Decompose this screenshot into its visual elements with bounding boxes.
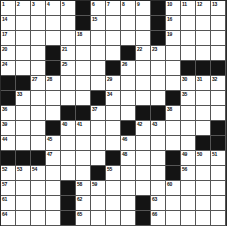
black-cell <box>76 106 91 121</box>
cell[interactable] <box>91 31 106 46</box>
cell[interactable]: 21 <box>61 46 76 61</box>
black-cell <box>166 151 181 166</box>
clue-number: 12 <box>197 1 202 7</box>
cell[interactable] <box>61 31 76 46</box>
cell[interactable] <box>16 31 31 46</box>
cell[interactable] <box>151 76 166 91</box>
black-cell <box>46 46 61 61</box>
clue-number: 45 <box>47 136 52 142</box>
cell[interactable] <box>181 31 196 46</box>
black-cell <box>211 136 226 151</box>
cell[interactable] <box>91 136 106 151</box>
cell[interactable]: 29 <box>106 76 121 91</box>
black-cell <box>196 136 211 151</box>
black-cell <box>151 16 166 31</box>
black-cell <box>91 91 106 106</box>
cell[interactable] <box>31 136 46 151</box>
cell[interactable]: 13 <box>211 1 226 16</box>
black-cell <box>106 61 121 76</box>
black-cell <box>136 106 151 121</box>
cell[interactable]: 62 <box>76 196 91 211</box>
cell[interactable]: 53 <box>16 166 31 181</box>
clue-number: 47 <box>47 151 52 157</box>
cell[interactable] <box>46 106 61 121</box>
cell[interactable]: 50 <box>196 151 211 166</box>
clue-number: 28 <box>47 76 52 82</box>
cell[interactable] <box>136 16 151 31</box>
clue-number: 24 <box>2 61 7 67</box>
cell[interactable] <box>31 46 46 61</box>
black-cell <box>136 211 151 226</box>
clue-number: 31 <box>197 76 202 82</box>
cell[interactable]: 5 <box>61 1 76 16</box>
cell[interactable] <box>16 106 31 121</box>
clue-number: 60 <box>167 181 172 187</box>
cell[interactable] <box>46 31 61 46</box>
black-cell <box>151 31 166 46</box>
black-cell <box>1 91 16 106</box>
cell[interactable]: 56 <box>181 166 196 181</box>
clue-number: 18 <box>77 31 82 37</box>
cell[interactable]: 57 <box>1 181 16 196</box>
clue-number: 16 <box>167 16 172 22</box>
clue-number: 65 <box>77 211 82 217</box>
cell[interactable] <box>121 211 136 226</box>
cell[interactable] <box>181 196 196 211</box>
cell[interactable] <box>211 46 226 61</box>
clue-number: 36 <box>2 106 7 112</box>
cell[interactable] <box>211 181 226 196</box>
cell[interactable]: 34 <box>106 91 121 106</box>
cell[interactable] <box>61 91 76 106</box>
clue-number: 27 <box>32 76 37 82</box>
cell[interactable]: 9 <box>136 1 151 16</box>
cell[interactable] <box>196 166 211 181</box>
cell[interactable]: 2 <box>16 1 31 16</box>
cell[interactable] <box>121 31 136 46</box>
clue-number: 4 <box>47 1 50 7</box>
black-cell <box>1 151 16 166</box>
cell[interactable] <box>106 16 121 31</box>
cell[interactable]: 17 <box>1 31 16 46</box>
cell[interactable]: 8 <box>121 1 136 16</box>
clue-number: 66 <box>152 211 157 217</box>
cell[interactable]: 48 <box>121 151 136 166</box>
black-cell <box>121 121 136 136</box>
clue-number: 63 <box>152 196 157 202</box>
cell[interactable] <box>106 211 121 226</box>
black-cell <box>166 91 181 106</box>
cell[interactable] <box>106 106 121 121</box>
clue-number: 37 <box>92 106 97 112</box>
cell[interactable] <box>121 91 136 106</box>
cell[interactable] <box>166 76 181 91</box>
cell[interactable] <box>106 46 121 61</box>
cell[interactable] <box>196 106 211 121</box>
clue-number: 35 <box>182 91 187 97</box>
cell[interactable] <box>61 16 76 31</box>
clue-number: 8 <box>122 1 125 7</box>
cell[interactable]: 40 <box>61 121 76 136</box>
cell[interactable]: 31 <box>196 76 211 91</box>
cell[interactable] <box>211 196 226 211</box>
black-cell <box>166 166 181 181</box>
cell[interactable] <box>16 46 31 61</box>
cell[interactable] <box>91 196 106 211</box>
cell[interactable] <box>91 211 106 226</box>
black-cell <box>61 211 76 226</box>
black-cell <box>121 46 136 61</box>
clue-number: 11 <box>182 1 187 7</box>
cell[interactable]: 18 <box>76 31 91 46</box>
clue-number: 22 <box>137 46 142 52</box>
cell[interactable] <box>151 136 166 151</box>
clue-number: 57 <box>2 181 7 187</box>
cell[interactable] <box>166 196 181 211</box>
cell[interactable]: 39 <box>1 121 16 136</box>
clue-number: 54 <box>32 166 37 172</box>
cell[interactable]: 22 <box>136 46 151 61</box>
clue-number: 20 <box>2 46 7 52</box>
black-cell <box>61 106 76 121</box>
cell[interactable] <box>121 181 136 196</box>
cell[interactable] <box>151 181 166 196</box>
clue-number: 2 <box>17 1 20 7</box>
clue-number: 56 <box>182 166 187 172</box>
cell[interactable]: 26 <box>121 61 136 76</box>
cell[interactable]: 10 <box>166 1 181 16</box>
black-cell <box>61 196 76 211</box>
cell[interactable]: 19 <box>166 31 181 46</box>
cell[interactable]: 35 <box>181 91 196 106</box>
cell[interactable] <box>31 106 46 121</box>
cell[interactable] <box>151 61 166 76</box>
cell[interactable] <box>31 181 46 196</box>
clue-number: 40 <box>62 121 67 127</box>
clue-number: 9 <box>137 1 140 7</box>
clue-number: 38 <box>167 106 172 112</box>
cell[interactable]: 38 <box>166 106 181 121</box>
black-cell <box>106 151 121 166</box>
cell[interactable] <box>166 211 181 226</box>
cell[interactable] <box>211 31 226 46</box>
cell[interactable] <box>61 76 76 91</box>
cell[interactable]: 3 <box>31 1 46 16</box>
clue-number: 43 <box>152 121 157 127</box>
black-cell <box>181 61 196 76</box>
cell[interactable] <box>91 151 106 166</box>
cell[interactable]: 42 <box>136 121 151 136</box>
clue-number: 42 <box>137 121 142 127</box>
clue-number: 50 <box>197 151 202 157</box>
cell[interactable] <box>31 196 46 211</box>
cell[interactable]: 37 <box>91 106 106 121</box>
clue-number: 46 <box>122 136 127 142</box>
cell[interactable]: 27 <box>31 76 46 91</box>
cell[interactable]: 14 <box>1 16 16 31</box>
cell[interactable] <box>46 166 61 181</box>
cell[interactable] <box>196 211 211 226</box>
cell[interactable] <box>136 136 151 151</box>
cell[interactable]: 58 <box>76 181 91 196</box>
clue-number: 41 <box>77 121 82 127</box>
clue-number: 58 <box>77 181 82 187</box>
cell[interactable]: 64 <box>1 211 16 226</box>
cell[interactable]: 41 <box>76 121 91 136</box>
cell[interactable]: 30 <box>181 76 196 91</box>
cell[interactable] <box>136 181 151 196</box>
black-cell <box>16 151 31 166</box>
cell[interactable] <box>61 151 76 166</box>
cell[interactable] <box>166 46 181 61</box>
black-cell <box>91 166 106 181</box>
cell[interactable] <box>211 91 226 106</box>
clue-number: 7 <box>107 1 110 7</box>
black-cell <box>16 76 31 91</box>
cell[interactable] <box>166 136 181 151</box>
cell[interactable] <box>151 91 166 106</box>
cell[interactable]: 49 <box>181 151 196 166</box>
cell[interactable] <box>181 16 196 31</box>
cell[interactable] <box>181 211 196 226</box>
clue-number: 32 <box>212 76 217 82</box>
clue-number: 25 <box>62 61 67 67</box>
cell[interactable] <box>91 46 106 61</box>
cell[interactable] <box>151 166 166 181</box>
cell[interactable] <box>106 181 121 196</box>
cell[interactable]: 55 <box>106 166 121 181</box>
cell[interactable] <box>136 31 151 46</box>
cell[interactable] <box>46 181 61 196</box>
clue-number: 51 <box>212 151 217 157</box>
clue-number: 14 <box>2 16 7 22</box>
black-cell <box>61 181 76 196</box>
cell[interactable] <box>76 76 91 91</box>
black-cell <box>151 106 166 121</box>
cell[interactable] <box>196 46 211 61</box>
cell[interactable] <box>46 196 61 211</box>
cell[interactable] <box>181 136 196 151</box>
cell[interactable] <box>121 106 136 121</box>
cell[interactable]: 36 <box>1 106 16 121</box>
cell[interactable]: 33 <box>16 91 31 106</box>
cell[interactable] <box>196 31 211 46</box>
cell[interactable] <box>181 121 196 136</box>
black-cell <box>211 61 226 76</box>
cell[interactable] <box>76 136 91 151</box>
clue-number: 15 <box>92 16 97 22</box>
clue-number: 48 <box>122 151 127 157</box>
cell[interactable] <box>31 211 46 226</box>
cell[interactable]: 32 <box>211 76 226 91</box>
clue-number: 10 <box>167 1 172 7</box>
clue-number: 13 <box>212 1 217 7</box>
cell[interactable]: 12 <box>196 1 211 16</box>
cell[interactable] <box>181 106 196 121</box>
cell[interactable]: 46 <box>121 136 136 151</box>
clue-number: 64 <box>2 211 7 217</box>
black-cell <box>1 76 16 91</box>
black-cell <box>46 121 61 136</box>
cell[interactable]: 11 <box>181 1 196 16</box>
cell[interactable]: 61 <box>1 196 16 211</box>
cell[interactable] <box>166 121 181 136</box>
cell[interactable] <box>76 91 91 106</box>
cell[interactable]: 25 <box>61 61 76 76</box>
cell[interactable] <box>31 31 46 46</box>
cell[interactable] <box>16 181 31 196</box>
black-cell <box>46 61 61 76</box>
cell[interactable]: 15 <box>91 16 106 31</box>
cell[interactable] <box>91 121 106 136</box>
clue-number: 6 <box>92 1 95 7</box>
cell[interactable] <box>16 121 31 136</box>
cell[interactable] <box>16 136 31 151</box>
clue-number: 52 <box>2 166 7 172</box>
clue-number: 30 <box>182 76 187 82</box>
cell[interactable] <box>61 166 76 181</box>
cell[interactable] <box>16 16 31 31</box>
cell[interactable] <box>211 211 226 226</box>
cell[interactable]: 28 <box>46 76 61 91</box>
clue-number: 55 <box>107 166 112 172</box>
cell[interactable]: 59 <box>91 181 106 196</box>
clue-number: 19 <box>167 31 172 37</box>
cell[interactable] <box>136 151 151 166</box>
cell[interactable] <box>121 76 136 91</box>
cell[interactable] <box>196 196 211 211</box>
cell[interactable] <box>211 166 226 181</box>
cell[interactable] <box>91 76 106 91</box>
cell[interactable] <box>106 136 121 151</box>
cell[interactable] <box>16 61 31 76</box>
clue-number: 23 <box>152 46 157 52</box>
black-cell <box>151 1 166 16</box>
clue-number: 29 <box>107 76 112 82</box>
cell[interactable]: 44 <box>1 136 16 151</box>
cell[interactable]: 16 <box>166 16 181 31</box>
cell[interactable] <box>61 136 76 151</box>
cell[interactable]: 51 <box>211 151 226 166</box>
cell[interactable] <box>121 166 136 181</box>
cell[interactable] <box>136 91 151 106</box>
cell[interactable] <box>76 166 91 181</box>
cell[interactable] <box>196 16 211 31</box>
black-cell <box>76 1 91 16</box>
cell[interactable] <box>76 61 91 76</box>
cell[interactable]: 1 <box>1 1 16 16</box>
cell[interactable]: 47 <box>46 151 61 166</box>
cell[interactable]: 20 <box>1 46 16 61</box>
black-cell <box>196 61 211 76</box>
cell[interactable] <box>181 46 196 61</box>
cell[interactable] <box>121 16 136 31</box>
cell[interactable] <box>31 16 46 31</box>
clue-number: 34 <box>107 91 112 97</box>
clue-number: 17 <box>2 31 7 37</box>
cell[interactable] <box>46 16 61 31</box>
cell[interactable] <box>211 16 226 31</box>
clue-number: 21 <box>62 46 67 52</box>
cell[interactable]: 45 <box>46 136 61 151</box>
clue-number: 39 <box>2 121 7 127</box>
cell[interactable]: 63 <box>151 196 166 211</box>
cell[interactable] <box>106 31 121 46</box>
cell[interactable] <box>46 91 61 106</box>
black-cell <box>211 121 226 136</box>
cell[interactable] <box>121 196 136 211</box>
black-cell <box>136 196 151 211</box>
cell[interactable] <box>31 61 46 76</box>
clue-number: 44 <box>2 136 7 142</box>
cell[interactable]: 4 <box>46 1 61 16</box>
crossword-grid: 1234567891011121314151617181920212223242… <box>0 0 227 226</box>
cell[interactable] <box>106 196 121 211</box>
clue-number: 53 <box>17 166 22 172</box>
cell[interactable]: 65 <box>76 211 91 226</box>
cell[interactable] <box>196 121 211 136</box>
cell[interactable] <box>151 151 166 166</box>
black-cell <box>76 16 91 31</box>
cell[interactable]: 6 <box>91 1 106 16</box>
cell[interactable]: 66 <box>151 211 166 226</box>
cell[interactable] <box>16 196 31 211</box>
cell[interactable] <box>181 181 196 196</box>
cell[interactable] <box>136 166 151 181</box>
cell[interactable] <box>76 46 91 61</box>
clue-number: 5 <box>62 1 65 7</box>
cell[interactable]: 24 <box>1 61 16 76</box>
cell[interactable]: 7 <box>106 1 121 16</box>
cell[interactable] <box>76 151 91 166</box>
cell[interactable] <box>196 181 211 196</box>
cell[interactable] <box>91 61 106 76</box>
cell[interactable]: 52 <box>1 166 16 181</box>
clue-number: 61 <box>2 196 7 202</box>
clue-number: 3 <box>32 1 35 7</box>
cell[interactable]: 54 <box>31 166 46 181</box>
cell[interactable] <box>31 91 46 106</box>
clue-number: 1 <box>2 1 5 7</box>
clue-number: 62 <box>77 196 82 202</box>
cell[interactable] <box>196 91 211 106</box>
cell[interactable] <box>16 211 31 226</box>
cell[interactable]: 23 <box>151 46 166 61</box>
cell[interactable] <box>136 76 151 91</box>
cell[interactable] <box>166 61 181 76</box>
cell[interactable] <box>46 211 61 226</box>
cell[interactable] <box>106 121 121 136</box>
clue-number: 26 <box>122 61 127 67</box>
cell[interactable] <box>31 121 46 136</box>
clue-number: 49 <box>182 151 187 157</box>
cell[interactable] <box>211 106 226 121</box>
clue-number: 33 <box>17 91 22 97</box>
black-cell <box>31 151 46 166</box>
cell[interactable]: 60 <box>166 181 181 196</box>
cell[interactable]: 43 <box>151 121 166 136</box>
cell[interactable] <box>136 61 151 76</box>
clue-number: 59 <box>92 181 97 187</box>
